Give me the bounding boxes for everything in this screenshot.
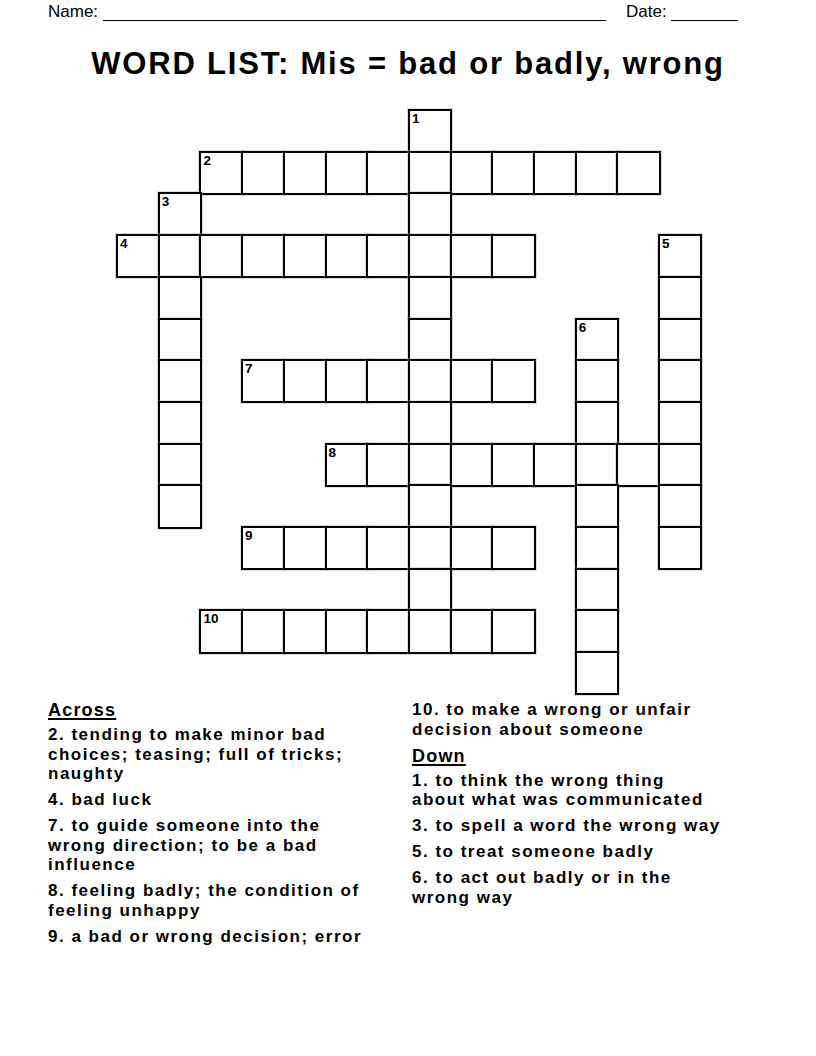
name-blank-line[interactable]: [103, 20, 606, 21]
cell-r10-c7[interactable]: [408, 526, 452, 570]
cell-r5-c1[interactable]: [158, 318, 202, 362]
clues-column-left: Across2. tending to make minor bad choic…: [48, 700, 400, 953]
cell-r0-c7[interactable]: 1: [408, 109, 452, 153]
date-label: Date:: [626, 2, 667, 22]
clue-down-5: 5. to treat someone badly: [412, 842, 764, 862]
cell-r8-c8[interactable]: [450, 443, 494, 487]
cell-r3-c8[interactable]: [450, 234, 494, 278]
clue-number-4: 4: [120, 236, 128, 251]
clue-across-2: 2. tending to make minor bad choices; te…: [48, 725, 400, 784]
cell-r12-c5[interactable]: [325, 609, 369, 653]
cell-r12-c9[interactable]: [491, 609, 535, 653]
cell-r6-c5[interactable]: [325, 359, 369, 403]
clue-across-8: 8. feeling badly; the condition of feeli…: [48, 881, 400, 920]
cell-r10-c3[interactable]: 9: [241, 526, 285, 570]
cell-r10-c6[interactable]: [366, 526, 410, 570]
cell-r3-c0[interactable]: 4: [116, 234, 160, 278]
clue-number-1: 1: [412, 111, 420, 126]
cell-r3-c4[interactable]: [283, 234, 327, 278]
cell-r9-c13[interactable]: [658, 484, 702, 528]
cell-r10-c9[interactable]: [491, 526, 535, 570]
cell-r7-c1[interactable]: [158, 401, 202, 445]
cell-r12-c3[interactable]: [241, 609, 285, 653]
clue-number-9: 9: [245, 528, 253, 543]
cell-r1-c2[interactable]: 2: [199, 151, 243, 195]
clue-number-6: 6: [579, 320, 587, 335]
cell-r6-c11[interactable]: [575, 359, 619, 403]
cell-r3-c7[interactable]: [408, 234, 452, 278]
cell-r13-c11[interactable]: [575, 651, 619, 695]
clue-down-1: 1. to think the wrong thing about what w…: [412, 771, 764, 810]
cell-r10-c8[interactable]: [450, 526, 494, 570]
cell-r1-c4[interactable]: [283, 151, 327, 195]
cell-r3-c6[interactable]: [366, 234, 410, 278]
cell-r8-c11[interactable]: [575, 443, 619, 487]
cell-r8-c13[interactable]: [658, 443, 702, 487]
date-blank-line[interactable]: [671, 20, 738, 21]
cell-r1-c8[interactable]: [450, 151, 494, 195]
cell-r9-c7[interactable]: [408, 484, 452, 528]
clue-number-8: 8: [329, 445, 337, 460]
cell-r5-c13[interactable]: [658, 318, 702, 362]
cell-r1-c5[interactable]: [325, 151, 369, 195]
cell-r6-c7[interactable]: [408, 359, 452, 403]
cell-r3-c1[interactable]: [158, 234, 202, 278]
cell-r12-c11[interactable]: [575, 609, 619, 653]
cell-r3-c3[interactable]: [241, 234, 285, 278]
clue-number-5: 5: [662, 236, 670, 251]
cell-r9-c1[interactable]: [158, 484, 202, 528]
clue-number-2: 2: [203, 153, 211, 168]
cell-r12-c7[interactable]: [408, 609, 452, 653]
clues-column-right: 10. to make a wrong or unfair decision a…: [412, 700, 764, 914]
cell-r1-c11[interactable]: [575, 151, 619, 195]
cell-r1-c10[interactable]: [533, 151, 577, 195]
cell-r8-c6[interactable]: [366, 443, 410, 487]
crossword-worksheet: Name: Date: WORD LIST: Mis = bad or badl…: [0, 0, 816, 1056]
cell-r8-c10[interactable]: [533, 443, 577, 487]
cell-r7-c11[interactable]: [575, 401, 619, 445]
cell-r7-c7[interactable]: [408, 401, 452, 445]
clue-number-7: 7: [245, 361, 253, 376]
clue-number-10: 10: [203, 611, 218, 626]
cell-r6-c1[interactable]: [158, 359, 202, 403]
cell-r8-c7[interactable]: [408, 443, 452, 487]
cell-r5-c11[interactable]: 6: [575, 318, 619, 362]
page-title: WORD LIST: Mis = bad or badly, wrong: [0, 47, 816, 81]
cell-r1-c3[interactable]: [241, 151, 285, 195]
cell-r1-c9[interactable]: [491, 151, 535, 195]
cell-r3-c2[interactable]: [199, 234, 243, 278]
cell-r3-c5[interactable]: [325, 234, 369, 278]
cell-r12-c8[interactable]: [450, 609, 494, 653]
cell-r6-c9[interactable]: [491, 359, 535, 403]
cell-r10-c4[interactable]: [283, 526, 327, 570]
crossword-grid: 12345678910: [116, 109, 703, 696]
cell-r8-c1[interactable]: [158, 443, 202, 487]
cell-r10-c5[interactable]: [325, 526, 369, 570]
name-label: Name:: [48, 2, 98, 22]
cell-r3-c9[interactable]: [491, 234, 535, 278]
cell-r1-c6[interactable]: [366, 151, 410, 195]
clue-across-7: 7. to guide someone into the wrong direc…: [48, 816, 400, 875]
cell-r6-c6[interactable]: [366, 359, 410, 403]
cell-r6-c13[interactable]: [658, 359, 702, 403]
clue-number-3: 3: [162, 194, 170, 209]
clue-across-9: 9. a bad or wrong decision; error: [48, 927, 400, 947]
clue-across-10: 10. to make a wrong or unfair decision a…: [412, 700, 764, 739]
cell-r9-c11[interactable]: [575, 484, 619, 528]
cell-r10-c11[interactable]: [575, 526, 619, 570]
cell-r4-c1[interactable]: [158, 276, 202, 320]
across-header: Across: [48, 700, 400, 720]
cell-r2-c7[interactable]: [408, 192, 452, 236]
down-header: Down: [412, 746, 764, 766]
clue-down-6: 6. to act out badly or in the wrong way: [412, 868, 764, 907]
cell-r5-c7[interactable]: [408, 318, 452, 362]
cell-r6-c8[interactable]: [450, 359, 494, 403]
cell-r10-c13[interactable]: [658, 526, 702, 570]
cell-r6-c4[interactable]: [283, 359, 327, 403]
cell-r12-c6[interactable]: [366, 609, 410, 653]
cell-r4-c7[interactable]: [408, 276, 452, 320]
cell-r8-c9[interactable]: [491, 443, 535, 487]
cell-r3-c13[interactable]: 5: [658, 234, 702, 278]
cell-r4-c13[interactable]: [658, 276, 702, 320]
cell-r1-c7[interactable]: [408, 151, 452, 195]
cell-r6-c3[interactable]: 7: [241, 359, 285, 403]
cell-r11-c7[interactable]: [408, 568, 452, 612]
cell-r11-c11[interactable]: [575, 568, 619, 612]
clue-across-4: 4. bad luck: [48, 790, 400, 810]
cell-r12-c2[interactable]: 10: [199, 609, 243, 653]
cell-r1-c12[interactable]: [616, 151, 660, 195]
cell-r8-c5[interactable]: 8: [325, 443, 369, 487]
cell-r8-c12[interactable]: [616, 443, 660, 487]
cell-r7-c13[interactable]: [658, 401, 702, 445]
cell-r12-c4[interactable]: [283, 609, 327, 653]
cell-r2-c1[interactable]: 3: [158, 192, 202, 236]
clue-down-3: 3. to spell a word the wrong way: [412, 816, 764, 836]
